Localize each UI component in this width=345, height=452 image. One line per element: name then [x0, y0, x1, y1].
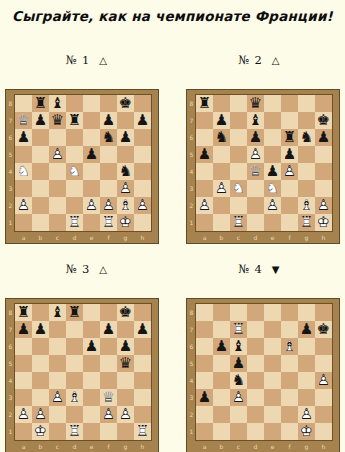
square-a1: [15, 214, 32, 231]
black-pawn-g6: ♟: [117, 129, 134, 146]
square-c3: ♟♙: [49, 389, 66, 406]
rank-label-7: 7: [6, 321, 15, 338]
white-rook-c7: ♜♖: [230, 321, 247, 338]
square-b8: [213, 95, 230, 112]
square-a7: ♟: [15, 321, 32, 338]
square-c2: [230, 197, 247, 214]
square-a3: [15, 180, 32, 197]
square-g7: [298, 112, 315, 129]
square-a8: ♜: [196, 95, 213, 112]
black-king-h7: ♚: [315, 112, 332, 129]
square-d7: [66, 321, 83, 338]
black-pawn-g7: ♟: [298, 321, 315, 338]
square-e2: ♟♙: [83, 197, 100, 214]
square-b7: ♟: [213, 112, 230, 129]
square-d3: [247, 180, 264, 197]
black-pawn-b7: ♟: [213, 112, 230, 129]
white-rook-d1: ♜♖: [66, 214, 83, 231]
square-g3: [117, 389, 134, 406]
square-g6: ♟: [117, 338, 134, 355]
file-label-b: b: [213, 232, 230, 243]
file-label-h: h: [134, 441, 151, 452]
rank-label-1: 1: [187, 214, 196, 231]
white-pawn-c3: ♟♙: [230, 389, 247, 406]
square-e3: [83, 180, 100, 197]
board2-squares: ♜♛♟♝♚♞♟♜♞♟♟♟♙♟♛♕♟♟♙♟♙♞♘♞♘♟♙♟♙♝♗♟♙♜♖♜♖♚♔: [196, 95, 332, 231]
square-h3: [134, 389, 151, 406]
square-a6: [15, 338, 32, 355]
square-e2: [264, 406, 281, 423]
board1-number: № 1: [65, 53, 90, 67]
file-label-c: c: [230, 441, 247, 452]
square-a2: ♟♙: [15, 197, 32, 214]
square-f6: ♞: [100, 129, 117, 146]
square-h4: [315, 163, 332, 180]
square-b7: ♟: [32, 321, 49, 338]
board4-number: № 4: [238, 262, 263, 276]
white-pawn-g2: ♟♙: [298, 406, 315, 423]
square-g5: [298, 355, 315, 372]
black-pawn-a5: ♟: [196, 146, 213, 163]
square-a8: [15, 95, 32, 112]
white-pawn-c5: ♟♙: [49, 146, 66, 163]
white-pawn-g3: ♟♙: [117, 180, 134, 197]
square-c8: [230, 304, 247, 321]
white-pawn-e2: ♟♙: [83, 197, 100, 214]
square-b1: [213, 214, 230, 231]
rank-label-8: 8: [6, 304, 15, 321]
square-c8: ♝: [49, 95, 66, 112]
square-f1: [281, 214, 298, 231]
boards-row-2: 87654321 ♜♝♜♚♟♟♟♟♟♟♛♟♙♝♗♛♕♟♙♟♙♟♙♟♙♚♔♜♖♜♖…: [0, 298, 345, 452]
square-h3: [315, 389, 332, 406]
square-a1: [15, 423, 32, 440]
square-h6: [134, 338, 151, 355]
file-label-e: e: [264, 232, 281, 243]
black-pawn-f5: ♟: [281, 146, 298, 163]
square-e4: [83, 372, 100, 389]
rank-label-2: 2: [187, 197, 196, 214]
square-b7: ♟: [32, 112, 49, 129]
square-e4: ♟: [264, 163, 281, 180]
white-pawn-h4: ♟♙: [315, 372, 332, 389]
board3-squares: ♜♝♜♚♟♟♟♟♟♟♛♟♙♝♗♛♕♟♙♟♙♟♙♟♙♚♔♜♖♜♖: [15, 304, 151, 440]
white-rook-c1: ♜♖: [230, 214, 247, 231]
black-pawn-e4: ♟: [264, 163, 281, 180]
square-f6: ♝♗: [281, 338, 298, 355]
chess-board-2: 87654321 ♜♛♟♝♚♞♟♜♞♟♟♟♙♟♛♕♟♟♙♟♙♞♘♞♘♟♙♟♙♝♗…: [186, 89, 340, 244]
square-h8: [134, 304, 151, 321]
square-c2: [49, 406, 66, 423]
square-e8: [264, 304, 281, 321]
black-bishop-c8: ♝: [49, 95, 66, 112]
black-rook-a8: ♜: [15, 304, 32, 321]
square-f6: ♜: [281, 129, 298, 146]
square-e3: ♞♘: [264, 180, 281, 197]
square-f2: ♟♙: [100, 197, 117, 214]
labels-row-2: № 3△ № 4▼: [0, 262, 345, 276]
square-a5: [196, 355, 213, 372]
square-b5: [32, 146, 49, 163]
square-d5: [66, 355, 83, 372]
square-h4: [134, 372, 151, 389]
square-f4: [100, 163, 117, 180]
chess-board-4: 87654321 ♜♖♟♚♟♝♝♗♟♞♟♙♟♟♙♟♙♚♔ abcdefgh: [186, 298, 340, 452]
square-g6: ♞: [298, 129, 315, 146]
white-queen-f3: ♛♕: [100, 389, 117, 406]
square-f8: [281, 304, 298, 321]
square-f3: [100, 180, 117, 197]
board1-squares: ♜♝♚♛♕♟♛♜♟♟♟♞♟♟♙♟♞♘♞♘♞♟♙♟♙♟♙♟♙♝♗♟♙♜♖♜♖♚♔: [15, 95, 151, 231]
square-c6: [230, 129, 247, 146]
square-a3: [15, 389, 32, 406]
black-bishop-c6: ♝: [230, 338, 247, 355]
square-g2: ♟♙: [117, 406, 134, 423]
white-bishop-d3: ♝♗: [66, 389, 83, 406]
square-h7: ♚: [315, 321, 332, 338]
square-f7: [281, 321, 298, 338]
square-g4: [117, 372, 134, 389]
rank-label-1: 1: [187, 423, 196, 440]
file-label-f: f: [281, 441, 298, 452]
square-h6: [315, 338, 332, 355]
board2-rank-coordinates: 87654321: [187, 95, 196, 231]
square-d2: [66, 197, 83, 214]
square-d5: [66, 146, 83, 163]
file-label-d: d: [66, 232, 83, 243]
black-pawn-c5: ♟: [230, 355, 247, 372]
black-rook-f6: ♜: [281, 129, 298, 146]
page-title: Сыграйте, как на чемпионате Франции!: [4, 8, 341, 24]
black-queen-g5: ♛: [117, 355, 134, 372]
black-pawn-e5: ♟: [83, 146, 100, 163]
rank-label-5: 5: [187, 355, 196, 372]
square-d1: [247, 214, 264, 231]
square-d6: ♟: [247, 129, 264, 146]
square-g2: ♝♗: [117, 197, 134, 214]
square-c8: ♝: [49, 304, 66, 321]
black-pawn-b7: ♟: [32, 112, 49, 129]
labels-row-1: № 1△ № 2△: [0, 53, 345, 67]
file-label-c: c: [49, 441, 66, 452]
square-f4: [100, 372, 117, 389]
black-pawn-h7: ♟: [134, 112, 151, 129]
square-b2: [213, 406, 230, 423]
rank-label-8: 8: [187, 95, 196, 112]
square-c7: [230, 112, 247, 129]
white-pawn-a2: ♟♙: [15, 197, 32, 214]
square-e1: [264, 214, 281, 231]
square-h5: [134, 355, 151, 372]
square-e7: [264, 321, 281, 338]
file-label-g: g: [298, 232, 315, 243]
square-h1: ♚♔: [315, 214, 332, 231]
rank-label-3: 3: [6, 389, 15, 406]
white-pawn-f4: ♟♙: [281, 163, 298, 180]
square-c7: [49, 321, 66, 338]
square-a1: [196, 423, 213, 440]
rank-label-2: 2: [6, 406, 15, 423]
black-knight-f6: ♞: [100, 129, 117, 146]
square-g4: [298, 163, 315, 180]
square-e1: [83, 423, 100, 440]
file-label-g: g: [117, 441, 134, 452]
square-h2: ♟♙: [315, 197, 332, 214]
square-d8: [66, 95, 83, 112]
black-pawn-b6: ♟: [213, 338, 230, 355]
white-pawn-g2: ♟♙: [117, 406, 134, 423]
black-bishop-c8: ♝: [49, 304, 66, 321]
square-h3: [315, 180, 332, 197]
square-a6: [196, 129, 213, 146]
square-c1: ♜♖: [230, 214, 247, 231]
square-f2: ♟♙: [100, 406, 117, 423]
square-f1: [100, 423, 117, 440]
square-b5: [32, 355, 49, 372]
board3-label: № 3△: [0, 262, 173, 276]
white-pawn-h2: ♟♙: [134, 197, 151, 214]
square-e3: [264, 389, 281, 406]
square-a4: ♞♘: [15, 163, 32, 180]
white-pawn-c3: ♟♙: [49, 389, 66, 406]
square-d6: [247, 338, 264, 355]
rank-label-5: 5: [6, 146, 15, 163]
square-b4: [213, 372, 230, 389]
square-e2: [83, 406, 100, 423]
square-a3: [196, 180, 213, 197]
square-f8: [100, 95, 117, 112]
rank-label-7: 7: [6, 112, 15, 129]
square-c5: ♟♙: [49, 146, 66, 163]
file-label-f: f: [281, 232, 298, 243]
rank-label-6: 6: [6, 129, 15, 146]
rank-label-2: 2: [6, 197, 15, 214]
square-f4: ♟♙: [281, 163, 298, 180]
square-c7: ♜♖: [230, 321, 247, 338]
square-f1: ♜♖: [100, 214, 117, 231]
square-c4: [49, 372, 66, 389]
square-a4: [196, 163, 213, 180]
black-pawn-f7: ♟: [100, 321, 117, 338]
square-c5: [49, 355, 66, 372]
square-b5: [213, 355, 230, 372]
square-d4: ♛♕: [247, 163, 264, 180]
square-g8: [298, 304, 315, 321]
square-g3: ♟♙: [117, 180, 134, 197]
square-e5: [83, 355, 100, 372]
square-b8: [32, 304, 49, 321]
square-h7: ♟: [134, 321, 151, 338]
square-h4: [134, 163, 151, 180]
square-g5: ♛: [117, 355, 134, 372]
white-knight-c3: ♞♘: [230, 180, 247, 197]
square-c6: ♝: [230, 338, 247, 355]
square-f1: [281, 423, 298, 440]
square-b4: [32, 163, 49, 180]
white-bishop-g2: ♝♗: [298, 197, 315, 214]
square-b3: [213, 389, 230, 406]
square-a6: [196, 338, 213, 355]
square-h2: ♟♙: [134, 197, 151, 214]
file-label-a: a: [196, 232, 213, 243]
square-g8: ♚: [117, 95, 134, 112]
square-d4: [66, 372, 83, 389]
square-g7: [117, 112, 134, 129]
rank-label-4: 4: [187, 372, 196, 389]
square-d6: [66, 129, 83, 146]
white-king-g1: ♚♔: [298, 423, 315, 440]
board4-to-move-black-triangle-icon: ▼: [272, 264, 280, 275]
square-d7: ♝: [247, 112, 264, 129]
square-h5: [134, 146, 151, 163]
white-pawn-b2: ♟♙: [32, 406, 49, 423]
white-pawn-f2: ♟♙: [100, 406, 117, 423]
square-h8: [315, 95, 332, 112]
rank-label-2: 2: [187, 406, 196, 423]
square-c6: [49, 338, 66, 355]
rank-label-4: 4: [187, 163, 196, 180]
square-h6: [134, 129, 151, 146]
square-f7: [281, 112, 298, 129]
square-g1: ♚♔: [298, 423, 315, 440]
square-c4: [230, 163, 247, 180]
square-h1: [134, 214, 151, 231]
square-e8: [83, 304, 100, 321]
black-king-h7: ♚: [315, 321, 332, 338]
board3-rank-coordinates: 87654321: [6, 304, 15, 440]
board2-to-move-white-triangle-icon: △: [272, 55, 280, 66]
square-h7: ♟: [134, 112, 151, 129]
board3-file-coordinates: abcdefgh: [15, 441, 151, 452]
board4-label: № 4▼: [173, 262, 345, 276]
file-label-d: d: [247, 441, 264, 452]
square-d5: [247, 355, 264, 372]
white-king-b1: ♚♔: [32, 423, 49, 440]
white-knight-d4: ♞♘: [66, 163, 83, 180]
board2-number: № 2: [238, 53, 263, 67]
white-king-h1: ♚♔: [315, 214, 332, 231]
rank-label-6: 6: [187, 129, 196, 146]
black-knight-b6: ♞: [213, 129, 230, 146]
board2-file-coordinates: abcdefgh: [196, 232, 332, 243]
chess-board-1: 87654321 ♜♝♚♛♕♟♛♜♟♟♟♞♟♟♙♟♞♘♞♘♞♟♙♟♙♟♙♟♙♝♗…: [5, 89, 159, 244]
square-e7: [83, 112, 100, 129]
square-d8: [247, 304, 264, 321]
square-h2: [315, 406, 332, 423]
square-c1: [230, 423, 247, 440]
square-e5: [264, 355, 281, 372]
white-bishop-g2: ♝♗: [117, 197, 134, 214]
square-a6: ♟: [15, 129, 32, 146]
white-knight-a4: ♞♘: [15, 163, 32, 180]
black-knight-c4: ♞: [230, 372, 247, 389]
square-g4: ♞: [117, 163, 134, 180]
rank-label-6: 6: [187, 338, 196, 355]
square-c6: [49, 129, 66, 146]
square-d3: [247, 389, 264, 406]
square-d1: ♜♖: [66, 214, 83, 231]
rank-label-1: 1: [6, 214, 15, 231]
square-e3: [83, 389, 100, 406]
file-label-e: e: [264, 441, 281, 452]
square-b2: ♟♙: [32, 406, 49, 423]
file-label-g: g: [298, 441, 315, 452]
rank-label-8: 8: [187, 304, 196, 321]
white-king-g1: ♚♔: [117, 214, 134, 231]
square-f4: [281, 372, 298, 389]
square-a4: [196, 372, 213, 389]
square-g6: [298, 338, 315, 355]
square-c1: [49, 214, 66, 231]
square-f3: [281, 180, 298, 197]
square-g7: ♟: [298, 321, 315, 338]
square-g1: ♚♔: [117, 214, 134, 231]
square-c5: ♟: [230, 355, 247, 372]
square-c8: [230, 95, 247, 112]
rank-label-1: 1: [6, 423, 15, 440]
square-e8: [83, 95, 100, 112]
square-b2: [32, 197, 49, 214]
square-b6: ♞: [213, 129, 230, 146]
square-e7: [264, 112, 281, 129]
rank-label-7: 7: [187, 321, 196, 338]
square-a8: [196, 304, 213, 321]
square-e4: [264, 372, 281, 389]
square-d1: ♜♖: [66, 423, 83, 440]
square-g7: [117, 321, 134, 338]
square-a7: [196, 321, 213, 338]
file-label-h: h: [315, 232, 332, 243]
square-b1: ♚♔: [32, 423, 49, 440]
square-f5: ♟: [281, 146, 298, 163]
square-f7: ♟: [100, 321, 117, 338]
square-d3: ♝♗: [66, 389, 83, 406]
square-d6: [66, 338, 83, 355]
square-a5: [15, 355, 32, 372]
square-a2: [196, 406, 213, 423]
square-e6: ♟: [83, 338, 100, 355]
square-b3: ♟♙: [213, 180, 230, 197]
file-label-d: d: [247, 232, 264, 243]
black-king-g8: ♚: [117, 304, 134, 321]
square-c3: ♞♘: [230, 180, 247, 197]
file-label-c: c: [230, 232, 247, 243]
square-a7: [196, 112, 213, 129]
square-a4: [15, 372, 32, 389]
file-label-b: b: [213, 441, 230, 452]
white-rook-g1: ♜♖: [298, 214, 315, 231]
square-b7: [213, 321, 230, 338]
rank-label-3: 3: [187, 180, 196, 197]
square-d2: [66, 406, 83, 423]
square-d2: [247, 197, 264, 214]
square-c3: ♟♙: [230, 389, 247, 406]
square-b3: [32, 180, 49, 197]
square-a3: ♟: [196, 389, 213, 406]
white-pawn-d5: ♟♙: [247, 146, 264, 163]
square-a2: ♟♙: [15, 406, 32, 423]
square-g8: ♚: [117, 304, 134, 321]
file-label-e: e: [83, 441, 100, 452]
square-e7: [83, 321, 100, 338]
black-rook-d7: ♜: [66, 112, 83, 129]
rank-label-4: 4: [6, 163, 15, 180]
square-c2: [230, 406, 247, 423]
square-f8: [100, 304, 117, 321]
black-knight-g4: ♞: [117, 163, 134, 180]
square-e6: [264, 129, 281, 146]
rank-label-7: 7: [187, 112, 196, 129]
